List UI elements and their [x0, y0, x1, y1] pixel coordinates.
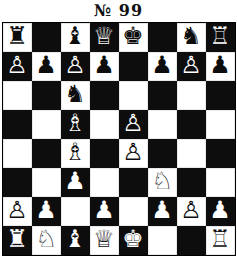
square-c4: ♗: [61, 139, 90, 168]
diagram-number-title: № 99: [0, 0, 237, 21]
piece-black-pawn-a7: ♙: [6, 51, 28, 80]
piece-white-pawn-a2: ♙: [6, 196, 28, 225]
piece-black-pawn-g7: ♙: [180, 51, 202, 80]
piece-black-rook-h8: ♖: [209, 22, 231, 51]
square-b8: [32, 23, 61, 52]
square-g7: ♙: [177, 52, 206, 81]
piece-black-pawn-c7: ♙: [64, 51, 86, 80]
square-g1: [177, 226, 206, 255]
square-b7: ♟: [32, 52, 61, 81]
square-e2: [119, 197, 148, 226]
square-f3: ♘: [148, 168, 177, 197]
piece-white-pawn-b2: ♟: [35, 196, 57, 225]
piece-black-rook-a8: ♜: [6, 22, 28, 51]
square-g2: ♙: [177, 197, 206, 226]
square-d8: ♕: [90, 23, 119, 52]
piece-white-bishop-c4: ♗: [64, 138, 86, 167]
square-c8: ♝: [61, 23, 90, 52]
square-f5: [148, 110, 177, 139]
piece-white-rook-a1: ♜: [6, 225, 28, 254]
chess-diagram-page: № 99 ♜♝♕♚♞♖♙♟♙♟♟♙♟♞♗♙♗♙♟♘♙♟♟♟♙♟♜♘♝♕♚♖: [0, 0, 237, 261]
square-f6: [148, 81, 177, 110]
square-g5: [177, 110, 206, 139]
square-e7: [119, 52, 148, 81]
square-a3: [3, 168, 32, 197]
piece-black-queen-d8: ♕: [93, 22, 115, 51]
square-d6: [90, 81, 119, 110]
square-e1: ♚: [119, 226, 148, 255]
square-h2: ♟: [206, 197, 235, 226]
square-d4: [90, 139, 119, 168]
piece-white-queen-d1: ♕: [93, 225, 115, 254]
square-e8: ♚: [119, 23, 148, 52]
piece-white-knight-f3: ♘: [151, 167, 173, 196]
square-c1: ♝: [61, 226, 90, 255]
square-g8: ♞: [177, 23, 206, 52]
piece-black-bishop-c8: ♝: [64, 22, 86, 51]
piece-black-pawn-h7: ♟: [209, 51, 231, 80]
board-container: ♜♝♕♚♞♖♙♟♙♟♟♙♟♞♗♙♗♙♟♘♙♟♟♟♙♟♜♘♝♕♚♖: [2, 22, 236, 256]
square-e3: [119, 168, 148, 197]
square-d5: [90, 110, 119, 139]
square-f4: [148, 139, 177, 168]
piece-white-pawn-c3: ♟: [64, 167, 86, 196]
square-b5: [32, 110, 61, 139]
square-f8: [148, 23, 177, 52]
piece-white-king-e1: ♚: [122, 225, 144, 254]
piece-black-knight-c6: ♞: [64, 80, 86, 109]
square-c2: [61, 197, 90, 226]
square-f7: ♟: [148, 52, 177, 81]
square-b3: [32, 168, 61, 197]
piece-black-pawn-f7: ♟: [151, 51, 173, 80]
square-g6: [177, 81, 206, 110]
square-d2: ♟: [90, 197, 119, 226]
square-e5: ♙: [119, 110, 148, 139]
square-f2: ♟: [148, 197, 177, 226]
piece-white-knight-b1: ♘: [35, 225, 57, 254]
square-b4: [32, 139, 61, 168]
square-d7: ♟: [90, 52, 119, 81]
square-a2: ♙: [3, 197, 32, 226]
square-h8: ♖: [206, 23, 235, 52]
square-c5: ♗: [61, 110, 90, 139]
square-h5: [206, 110, 235, 139]
chess-board: ♜♝♕♚♞♖♙♟♙♟♟♙♟♞♗♙♗♙♟♘♙♟♟♟♙♟♜♘♝♕♚♖: [2, 22, 236, 256]
piece-black-pawn-b7: ♟: [35, 51, 57, 80]
square-c6: ♞: [61, 81, 90, 110]
piece-white-pawn-d2: ♟: [93, 196, 115, 225]
piece-black-bishop-c5: ♗: [64, 109, 86, 138]
square-a6: [3, 81, 32, 110]
piece-white-pawn-f2: ♟: [151, 196, 173, 225]
square-a7: ♙: [3, 52, 32, 81]
piece-white-rook-h1: ♖: [209, 225, 231, 254]
square-b1: ♘: [32, 226, 61, 255]
piece-black-pawn-d7: ♟: [93, 51, 115, 80]
piece-white-bishop-c1: ♝: [64, 225, 86, 254]
square-g3: [177, 168, 206, 197]
square-h4: [206, 139, 235, 168]
square-d1: ♕: [90, 226, 119, 255]
square-b2: ♟: [32, 197, 61, 226]
piece-white-pawn-h2: ♟: [209, 196, 231, 225]
piece-white-pawn-e4: ♙: [122, 138, 144, 167]
square-h1: ♖: [206, 226, 235, 255]
square-a5: [3, 110, 32, 139]
square-a8: ♜: [3, 23, 32, 52]
square-e6: [119, 81, 148, 110]
square-c3: ♟: [61, 168, 90, 197]
square-d3: [90, 168, 119, 197]
square-f1: [148, 226, 177, 255]
square-h7: ♟: [206, 52, 235, 81]
square-h6: [206, 81, 235, 110]
piece-black-king-e8: ♚: [122, 22, 144, 51]
square-e4: ♙: [119, 139, 148, 168]
square-c7: ♙: [61, 52, 90, 81]
square-a4: [3, 139, 32, 168]
square-g4: [177, 139, 206, 168]
square-b6: [32, 81, 61, 110]
piece-white-pawn-g2: ♙: [180, 196, 202, 225]
square-h3: [206, 168, 235, 197]
square-a1: ♜: [3, 226, 32, 255]
piece-black-pawn-e5: ♙: [122, 109, 144, 138]
piece-black-knight-g8: ♞: [180, 22, 202, 51]
